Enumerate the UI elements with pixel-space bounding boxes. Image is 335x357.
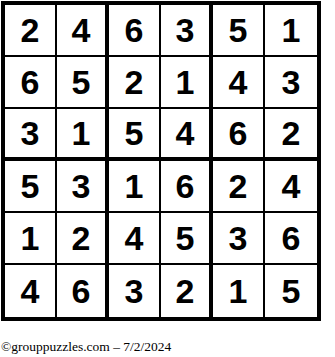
cell-r6c4: 2 (161, 265, 213, 317)
cell-r6c3: 3 (109, 265, 161, 317)
cell-r2c5: 4 (213, 57, 265, 109)
cell-r3c3: 5 (109, 109, 161, 161)
sudoku-board: 246351652143315462531624124536463215 (1, 1, 321, 321)
cell-r1c6: 1 (265, 5, 317, 57)
cell-r3c4: 4 (161, 109, 213, 161)
cell-r4c5: 2 (213, 161, 265, 213)
cell-r3c6: 2 (265, 109, 317, 161)
cell-r6c6: 5 (265, 265, 317, 317)
cell-r4c1: 5 (5, 161, 57, 213)
cell-r5c3: 4 (109, 213, 161, 265)
cell-r6c1: 4 (5, 265, 57, 317)
cell-r5c5: 3 (213, 213, 265, 265)
cell-r2c1: 6 (5, 57, 57, 109)
cell-r3c1: 3 (5, 109, 57, 161)
cell-r4c3: 1 (109, 161, 161, 213)
cell-r1c3: 6 (109, 5, 161, 57)
puzzle-page: 246351652143315462531624124536463215 ©gr… (0, 0, 335, 357)
cell-r1c1: 2 (5, 5, 57, 57)
cell-r1c5: 5 (213, 5, 265, 57)
cell-r2c3: 2 (109, 57, 161, 109)
cell-r2c4: 1 (161, 57, 213, 109)
cell-r4c2: 3 (57, 161, 109, 213)
copyright-credit: ©grouppuzzles.com – 7/2/2024 (1, 339, 171, 355)
cell-r6c5: 1 (213, 265, 265, 317)
cell-r5c4: 5 (161, 213, 213, 265)
cell-r2c2: 5 (57, 57, 109, 109)
cell-r5c6: 6 (265, 213, 317, 265)
cell-r5c2: 2 (57, 213, 109, 265)
cell-r1c2: 4 (57, 5, 109, 57)
cell-r5c1: 1 (5, 213, 57, 265)
cell-r3c5: 6 (213, 109, 265, 161)
cell-r1c4: 3 (161, 5, 213, 57)
cell-r6c2: 6 (57, 265, 109, 317)
cell-r4c4: 6 (161, 161, 213, 213)
cell-r4c6: 4 (265, 161, 317, 213)
cell-r2c6: 3 (265, 57, 317, 109)
cell-r3c2: 1 (57, 109, 109, 161)
